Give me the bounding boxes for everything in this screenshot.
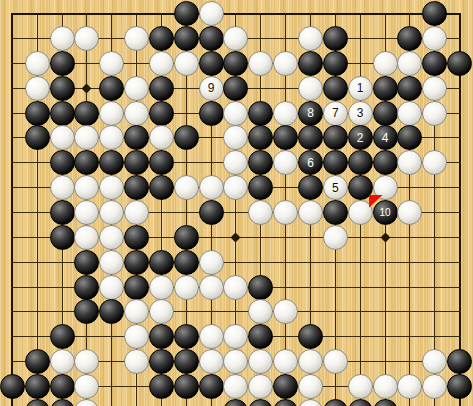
black-stone[interactable] [99, 76, 124, 101]
white-stone[interactable] [298, 349, 323, 374]
black-stone[interactable] [174, 225, 199, 250]
white-stone[interactable] [397, 101, 422, 126]
black-stone-move-10[interactable]: 10 [373, 200, 398, 225]
white-stone[interactable] [74, 399, 99, 406]
white-stone[interactable] [373, 51, 398, 76]
white-stone[interactable] [323, 225, 348, 250]
stone-number: 4 [382, 132, 389, 144]
white-stone[interactable] [149, 125, 174, 150]
white-stone[interactable] [422, 150, 447, 175]
white-stone[interactable] [397, 150, 422, 175]
white-stone[interactable] [199, 324, 224, 349]
black-stone[interactable] [50, 324, 75, 349]
black-stone[interactable] [174, 349, 199, 374]
white-stone[interactable] [99, 225, 124, 250]
black-stone[interactable] [323, 399, 348, 406]
black-stone[interactable] [50, 76, 75, 101]
white-stone[interactable] [174, 51, 199, 76]
black-stone[interactable] [348, 150, 373, 175]
white-stone[interactable] [74, 349, 99, 374]
stone-number: 9 [208, 82, 215, 94]
white-stone[interactable] [50, 349, 75, 374]
white-stone[interactable] [248, 349, 273, 374]
white-stone[interactable] [50, 26, 75, 51]
black-stone[interactable] [273, 374, 298, 399]
black-stone[interactable] [149, 324, 174, 349]
black-stone[interactable] [422, 51, 447, 76]
black-stone[interactable] [124, 150, 149, 175]
white-stone[interactable] [99, 200, 124, 225]
white-stone[interactable] [25, 76, 50, 101]
white-stone[interactable] [74, 225, 99, 250]
black-stone[interactable] [149, 26, 174, 51]
black-stone[interactable] [50, 150, 75, 175]
black-stone[interactable] [149, 374, 174, 399]
grid-line-horizontal [11, 13, 460, 15]
white-stone[interactable] [273, 200, 298, 225]
white-stone[interactable] [74, 26, 99, 51]
black-stone-move-8[interactable]: 8 [298, 101, 323, 126]
black-stone[interactable] [248, 399, 273, 406]
white-stone[interactable] [223, 324, 248, 349]
white-stone[interactable] [124, 101, 149, 126]
white-stone[interactable] [223, 150, 248, 175]
black-stone[interactable] [348, 399, 373, 406]
white-stone[interactable] [199, 275, 224, 300]
black-stone[interactable] [397, 26, 422, 51]
star-point [380, 232, 390, 242]
white-stone[interactable] [273, 349, 298, 374]
white-stone[interactable] [422, 349, 447, 374]
white-stone[interactable] [298, 76, 323, 101]
white-stone[interactable] [348, 200, 373, 225]
black-stone[interactable] [124, 125, 149, 150]
white-stone-move-5[interactable]: 5 [323, 175, 348, 200]
black-stone[interactable] [124, 250, 149, 275]
white-stone[interactable] [99, 101, 124, 126]
white-stone[interactable] [223, 101, 248, 126]
black-stone[interactable] [74, 299, 99, 324]
black-stone[interactable] [323, 125, 348, 150]
stone-number: 8 [307, 107, 314, 119]
black-stone[interactable] [124, 175, 149, 200]
black-stone[interactable] [174, 1, 199, 26]
stone-number: 1 [357, 82, 364, 94]
black-stone[interactable] [248, 324, 273, 349]
white-stone[interactable] [223, 175, 248, 200]
black-stone[interactable] [0, 374, 25, 399]
black-stone[interactable] [199, 374, 224, 399]
white-stone[interactable] [124, 299, 149, 324]
white-stone[interactable] [99, 275, 124, 300]
black-stone[interactable] [273, 125, 298, 150]
white-stone[interactable] [149, 299, 174, 324]
go-board[interactable]: 91873246510 [0, 0, 473, 406]
stone-number: 6 [307, 157, 314, 169]
white-stone[interactable] [323, 349, 348, 374]
black-stone[interactable] [25, 125, 50, 150]
white-stone[interactable] [422, 101, 447, 126]
white-stone[interactable] [422, 26, 447, 51]
black-stone[interactable] [323, 150, 348, 175]
white-stone[interactable] [25, 51, 50, 76]
black-stone[interactable] [50, 101, 75, 126]
white-stone[interactable] [248, 299, 273, 324]
stone-number: 7 [332, 107, 339, 119]
white-stone[interactable] [397, 51, 422, 76]
white-stone[interactable] [50, 125, 75, 150]
white-stone[interactable] [174, 175, 199, 200]
white-stone[interactable] [99, 175, 124, 200]
black-stone[interactable] [248, 101, 273, 126]
white-stone[interactable] [124, 26, 149, 51]
black-stone-move-4[interactable]: 4 [373, 125, 398, 150]
black-stone[interactable] [149, 349, 174, 374]
white-stone[interactable] [99, 51, 124, 76]
stone-number: 10 [379, 208, 390, 218]
white-stone[interactable] [74, 374, 99, 399]
black-stone[interactable] [373, 76, 398, 101]
white-stone[interactable] [397, 200, 422, 225]
black-stone[interactable] [50, 399, 75, 406]
black-stone[interactable] [74, 101, 99, 126]
black-stone[interactable] [298, 324, 323, 349]
black-stone[interactable] [323, 76, 348, 101]
black-stone[interactable] [25, 349, 50, 374]
black-stone[interactable] [50, 51, 75, 76]
stone-number: 5 [332, 182, 339, 194]
black-stone[interactable] [447, 374, 472, 399]
white-stone[interactable] [99, 250, 124, 275]
black-stone[interactable] [298, 175, 323, 200]
black-stone[interactable] [74, 250, 99, 275]
white-stone[interactable] [149, 51, 174, 76]
white-stone[interactable] [373, 374, 398, 399]
black-stone[interactable] [99, 299, 124, 324]
black-stone[interactable] [74, 275, 99, 300]
black-stone[interactable] [199, 51, 224, 76]
white-stone[interactable] [199, 250, 224, 275]
white-stone[interactable] [273, 150, 298, 175]
white-stone[interactable] [223, 275, 248, 300]
black-stone[interactable] [447, 349, 472, 374]
white-stone[interactable] [422, 374, 447, 399]
black-stone[interactable] [174, 26, 199, 51]
white-stone[interactable] [124, 200, 149, 225]
white-stone[interactable] [199, 175, 224, 200]
white-stone[interactable] [124, 324, 149, 349]
white-stone[interactable] [422, 76, 447, 101]
white-stone[interactable] [248, 374, 273, 399]
black-stone[interactable] [447, 51, 472, 76]
white-stone[interactable] [124, 349, 149, 374]
black-stone[interactable] [149, 101, 174, 126]
white-stone[interactable] [298, 399, 323, 406]
black-stone[interactable] [25, 374, 50, 399]
white-stone-move-3[interactable]: 3 [348, 101, 373, 126]
black-stone[interactable] [373, 150, 398, 175]
black-stone[interactable] [50, 225, 75, 250]
white-stone[interactable] [248, 51, 273, 76]
black-stone[interactable] [223, 399, 248, 406]
white-stone[interactable] [298, 200, 323, 225]
black-stone[interactable] [397, 125, 422, 150]
black-stone[interactable] [149, 76, 174, 101]
white-stone[interactable] [199, 1, 224, 26]
white-stone[interactable] [99, 125, 124, 150]
black-stone[interactable] [74, 150, 99, 175]
white-stone[interactable] [273, 299, 298, 324]
black-stone[interactable] [149, 175, 174, 200]
white-stone-move-9[interactable]: 9 [199, 76, 224, 101]
white-stone[interactable] [74, 200, 99, 225]
white-stone[interactable] [74, 175, 99, 200]
black-stone[interactable] [348, 175, 373, 200]
black-stone[interactable] [223, 51, 248, 76]
white-stone[interactable] [223, 26, 248, 51]
white-stone[interactable] [223, 374, 248, 399]
white-stone-move-7[interactable]: 7 [323, 101, 348, 126]
stone-number: 3 [357, 107, 364, 119]
black-stone[interactable] [124, 275, 149, 300]
white-stone[interactable] [348, 374, 373, 399]
white-stone[interactable] [124, 76, 149, 101]
black-stone[interactable] [199, 200, 224, 225]
black-stone[interactable] [298, 125, 323, 150]
black-stone[interactable] [174, 250, 199, 275]
black-stone[interactable] [248, 150, 273, 175]
black-stone[interactable] [99, 150, 124, 175]
star-point [82, 83, 92, 93]
stone-number: 2 [357, 132, 364, 144]
black-stone[interactable] [323, 51, 348, 76]
black-stone[interactable] [248, 275, 273, 300]
black-stone[interactable] [323, 26, 348, 51]
white-stone[interactable] [298, 26, 323, 51]
white-stone[interactable] [199, 349, 224, 374]
black-stone-move-6[interactable]: 6 [298, 150, 323, 175]
black-stone[interactable] [397, 76, 422, 101]
black-stone[interactable] [373, 101, 398, 126]
black-stone[interactable] [149, 150, 174, 175]
black-stone[interactable] [248, 175, 273, 200]
black-stone[interactable] [50, 200, 75, 225]
black-stone[interactable] [223, 76, 248, 101]
black-stone[interactable] [174, 324, 199, 349]
white-stone[interactable] [50, 175, 75, 200]
black-stone[interactable] [124, 225, 149, 250]
black-stone[interactable] [25, 101, 50, 126]
black-stone[interactable] [298, 51, 323, 76]
white-stone[interactable] [273, 51, 298, 76]
black-stone[interactable] [174, 374, 199, 399]
black-stone[interactable] [149, 250, 174, 275]
black-stone[interactable] [248, 125, 273, 150]
black-stone[interactable] [323, 200, 348, 225]
white-stone[interactable] [248, 200, 273, 225]
white-stone[interactable] [149, 275, 174, 300]
black-stone[interactable] [373, 399, 398, 406]
white-stone[interactable] [174, 275, 199, 300]
black-stone[interactable] [50, 374, 75, 399]
black-stone[interactable] [199, 101, 224, 126]
black-stone[interactable] [174, 125, 199, 150]
white-stone[interactable] [74, 125, 99, 150]
black-stone[interactable] [25, 399, 50, 406]
grid-line-vertical [11, 13, 13, 406]
white-stone-move-1[interactable]: 1 [348, 76, 373, 101]
star-point [231, 232, 241, 242]
white-stone[interactable] [273, 101, 298, 126]
white-stone[interactable] [298, 374, 323, 399]
white-stone[interactable] [223, 125, 248, 150]
black-stone-move-2[interactable]: 2 [348, 125, 373, 150]
black-stone[interactable] [422, 1, 447, 26]
white-stone[interactable] [223, 349, 248, 374]
white-stone[interactable] [397, 374, 422, 399]
black-stone[interactable] [199, 26, 224, 51]
black-stone[interactable] [273, 399, 298, 406]
